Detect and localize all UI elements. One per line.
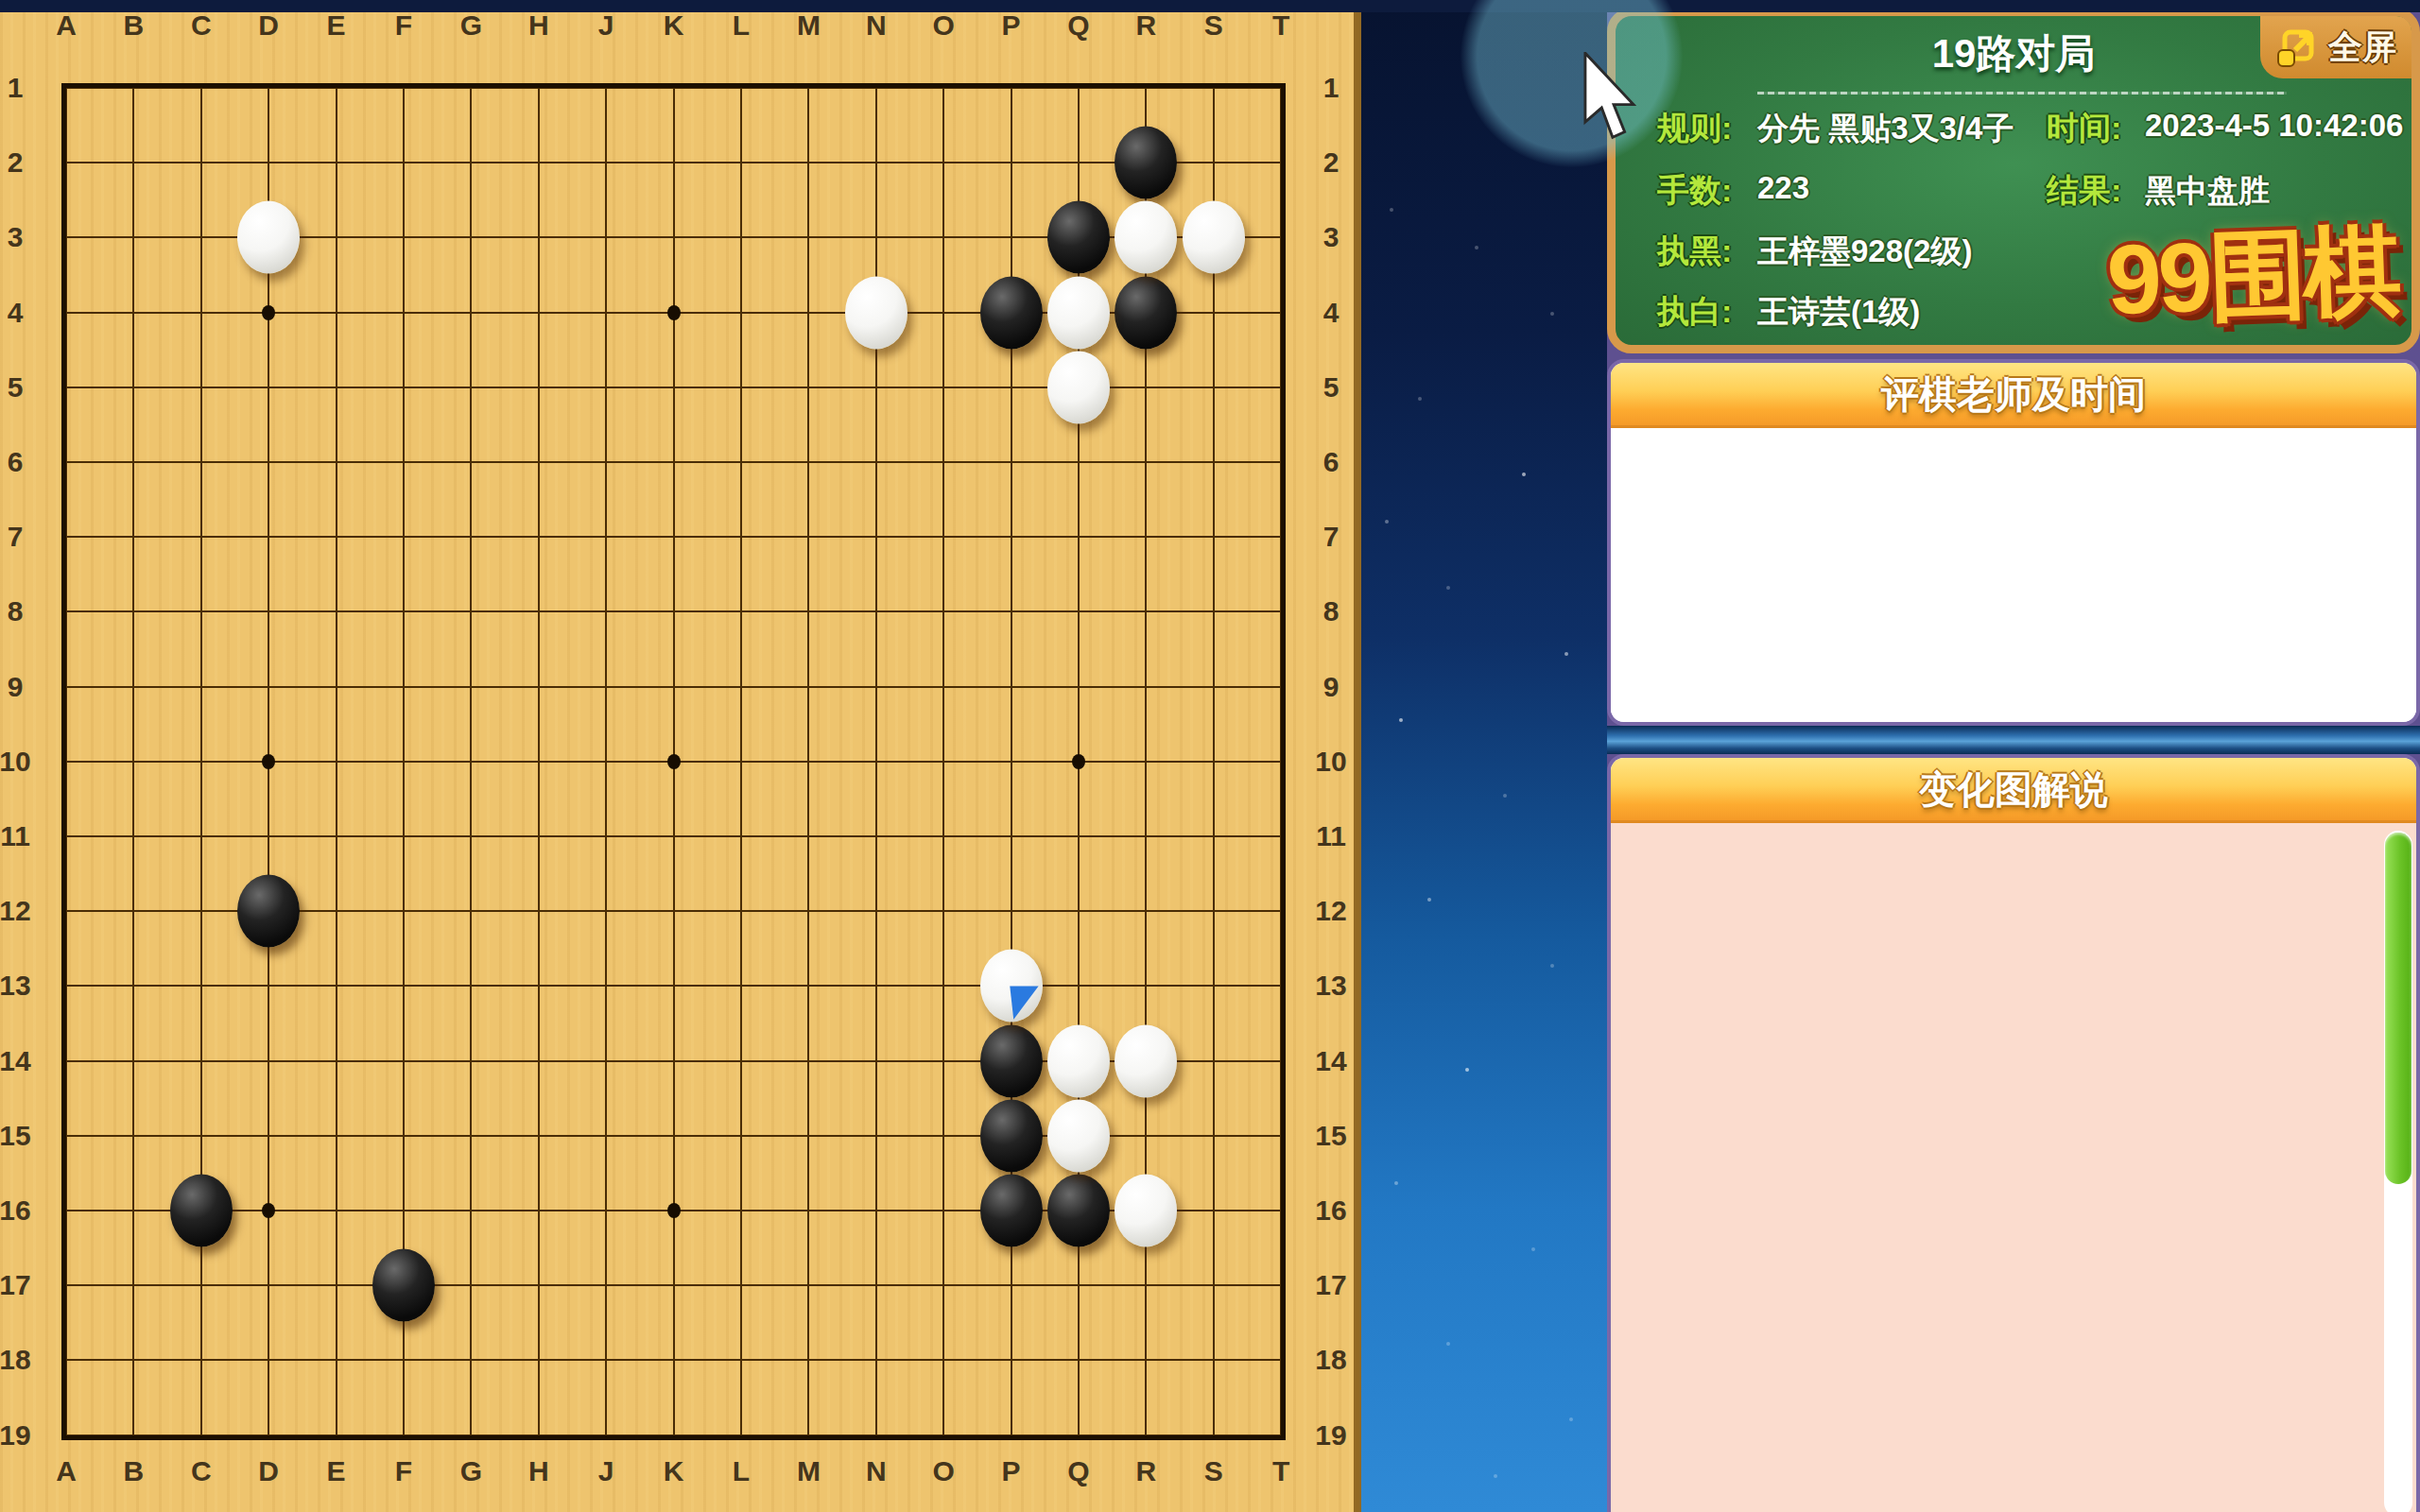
column-label: O	[933, 1455, 955, 1487]
column-label: T	[1272, 9, 1289, 42]
star-dot	[1446, 1342, 1450, 1346]
rule-label: 规则:	[1657, 107, 1732, 150]
board-edge	[1354, 0, 1361, 1512]
star-dot	[1569, 1417, 1573, 1421]
column-label: E	[327, 9, 346, 42]
teacher-panel-header: 评棋老师及时间	[1611, 363, 2416, 428]
column-label: R	[1136, 1455, 1157, 1487]
white-stone	[1047, 276, 1110, 349]
moves-label: 手数:	[1657, 169, 1732, 213]
column-label: L	[733, 9, 750, 42]
row-label: 15	[0, 1120, 31, 1152]
row-label: 7	[8, 521, 24, 553]
column-label: K	[664, 1455, 684, 1487]
last-move-marker	[980, 950, 1043, 1022]
star-dot	[1522, 472, 1526, 476]
star-dot	[1494, 1474, 1497, 1478]
row-label: 10	[0, 746, 31, 778]
column-label: S	[1204, 1455, 1223, 1487]
star-dot	[1390, 208, 1393, 212]
row-label: 3	[1323, 221, 1340, 253]
star-dot	[1475, 246, 1478, 249]
column-label: T	[1272, 1455, 1289, 1487]
row-label: 19	[0, 1419, 31, 1452]
row-label: 18	[1315, 1344, 1346, 1376]
star-point	[667, 305, 681, 320]
column-label: M	[797, 1455, 821, 1487]
column-label: H	[528, 1455, 549, 1487]
variation-panel: 变化图解说	[1607, 754, 2420, 1512]
column-label: A	[56, 1455, 77, 1487]
column-label: A	[56, 9, 77, 42]
white-stone	[1115, 1175, 1177, 1247]
black-stone	[170, 1175, 233, 1247]
info-column: 19路对局 全屏 规则: 分先 黑贴3又3/4子 时间: 2023-4-5 10…	[1607, 8, 2420, 1512]
row-label: 16	[0, 1194, 31, 1227]
column-label: P	[1002, 9, 1021, 42]
column-label: N	[866, 9, 887, 42]
column-label: J	[598, 9, 614, 42]
row-label: 17	[1315, 1269, 1346, 1301]
row-label: 1	[8, 72, 24, 104]
fullscreen-label: 全屏	[2328, 25, 2396, 71]
star-dot	[1418, 397, 1422, 401]
rule-value: 分先 黑贴3又3/4子	[1757, 108, 2014, 150]
column-label: D	[258, 1455, 279, 1487]
fullscreen-icon	[2275, 23, 2321, 72]
row-label: 11	[0, 820, 30, 852]
star-dot	[1503, 794, 1507, 798]
column-label: G	[460, 1455, 482, 1487]
star-dot	[1465, 1068, 1469, 1072]
column-label: G	[460, 9, 482, 42]
column-label: O	[933, 9, 955, 42]
row-label: 13	[1315, 970, 1346, 1002]
white-stone	[980, 950, 1043, 1022]
star-point	[667, 754, 681, 769]
teacher-panel-title: 评棋老师及时间	[1881, 369, 2146, 421]
teacher-panel-body	[1611, 428, 2416, 726]
row-label: 4	[8, 297, 24, 329]
row-label: 1	[1323, 72, 1340, 104]
row-label: 13	[0, 970, 31, 1002]
row-label: 5	[1323, 371, 1340, 404]
black-player-label: 执黑:	[1657, 230, 1732, 273]
variation-panel-title: 变化图解说	[1919, 764, 2108, 816]
game-info-panel: 19路对局 全屏 规则: 分先 黑贴3又3/4子 时间: 2023-4-5 10…	[1607, 8, 2420, 353]
column-label: L	[733, 1455, 750, 1487]
row-label: 14	[0, 1045, 31, 1077]
column-label: H	[528, 9, 549, 42]
star-dot	[1399, 718, 1403, 722]
star-dot	[1564, 652, 1568, 656]
black-stone	[980, 1024, 1043, 1097]
variation-panel-header: 变化图解说	[1611, 758, 2416, 823]
variation-panel-body	[1611, 823, 2416, 1512]
white-stone	[1115, 201, 1177, 274]
row-label: 6	[8, 446, 24, 478]
teacher-panel: 评棋老师及时间	[1607, 359, 2420, 726]
white-stone	[237, 201, 300, 274]
row-label: 8	[8, 595, 24, 627]
star-dot	[1531, 1247, 1535, 1251]
scrollbar-track[interactable]	[2384, 831, 2412, 1512]
result-label: 结果:	[2047, 169, 2121, 213]
column-label: C	[191, 9, 212, 42]
time-value: 2023-4-5 10:42:06	[2145, 108, 2403, 144]
white-stone	[1115, 1024, 1177, 1097]
result-value: 黑中盘胜	[2145, 170, 2270, 213]
star-dot	[1550, 312, 1554, 316]
blue-divider	[1607, 726, 2420, 754]
row-label: 5	[8, 371, 24, 404]
row-label: 2	[1323, 146, 1340, 179]
row-label: 17	[0, 1269, 31, 1301]
white-stone	[1183, 201, 1245, 274]
star-dot	[1385, 520, 1389, 524]
time-label: 时间:	[2047, 107, 2121, 150]
star-point	[262, 1203, 275, 1218]
white-stone	[845, 276, 907, 349]
row-label: 7	[1323, 521, 1340, 553]
row-label: 14	[1315, 1045, 1346, 1077]
star-point	[1072, 754, 1085, 769]
white-player-label: 执白:	[1657, 290, 1732, 334]
star-point	[262, 754, 275, 769]
title-underline	[1757, 92, 2287, 94]
black-stone	[980, 1175, 1043, 1247]
row-label: 16	[1315, 1194, 1346, 1227]
black-stone	[1047, 1175, 1110, 1247]
row-label: 8	[1323, 595, 1340, 627]
star-dot	[1394, 1181, 1398, 1185]
column-label: K	[664, 9, 684, 42]
row-label: 6	[1323, 446, 1340, 478]
column-label: F	[395, 1455, 412, 1487]
column-label: B	[124, 9, 145, 42]
star-dot	[1446, 586, 1450, 590]
black-stone	[980, 1099, 1043, 1172]
row-label: 12	[0, 895, 31, 927]
column-label: D	[258, 9, 279, 42]
black-stone	[372, 1249, 435, 1322]
column-label: M	[797, 9, 821, 42]
top-strip	[0, 0, 2420, 12]
column-label: E	[327, 1455, 346, 1487]
scrollbar-thumb[interactable]	[2385, 833, 2411, 1184]
app-logo: 99围棋	[2105, 206, 2400, 349]
black-player-value: 王梓墨928(2级)	[1757, 231, 1972, 273]
column-label: P	[1002, 1455, 1021, 1487]
black-stone	[237, 875, 300, 948]
black-stone	[1115, 276, 1177, 349]
column-label: F	[395, 9, 412, 42]
column-label: S	[1204, 9, 1223, 42]
column-label: Q	[1067, 1455, 1089, 1487]
star-dot	[1550, 964, 1554, 968]
row-label: 9	[8, 671, 24, 703]
row-label: 4	[1323, 297, 1340, 329]
control-column	[1361, 0, 1607, 1512]
row-label: 12	[1315, 895, 1346, 927]
star-point	[667, 1203, 681, 1218]
row-label: 11	[1316, 820, 1346, 852]
white-stone	[1047, 1099, 1110, 1172]
column-label: B	[124, 1455, 145, 1487]
moves-value: 223	[1757, 170, 1809, 206]
column-label: Q	[1067, 9, 1089, 42]
white-stone	[1047, 351, 1110, 423]
row-label: 2	[8, 146, 24, 179]
white-stone	[1047, 1024, 1110, 1097]
white-player-value: 王诗芸(1级)	[1757, 291, 1920, 334]
black-stone	[1115, 127, 1177, 199]
fullscreen-button[interactable]: 全屏	[2260, 16, 2411, 78]
column-label: R	[1136, 9, 1157, 42]
go-board[interactable]: AABBCCDDEEFFGGHHJJKKLLMMNNOOPPQQRRSSTT11…	[0, 0, 1361, 1512]
column-label: C	[191, 1455, 212, 1487]
row-label: 18	[0, 1344, 31, 1376]
star-point	[262, 305, 275, 320]
star-dot	[1427, 898, 1431, 902]
black-stone	[1047, 201, 1110, 274]
row-label: 3	[8, 221, 24, 253]
black-stone	[980, 276, 1043, 349]
column-label: J	[598, 1455, 614, 1487]
column-label: N	[866, 1455, 887, 1487]
row-label: 9	[1323, 671, 1340, 703]
row-label: 10	[1315, 746, 1346, 778]
row-label: 15	[1315, 1120, 1346, 1152]
row-label: 19	[1315, 1419, 1346, 1452]
